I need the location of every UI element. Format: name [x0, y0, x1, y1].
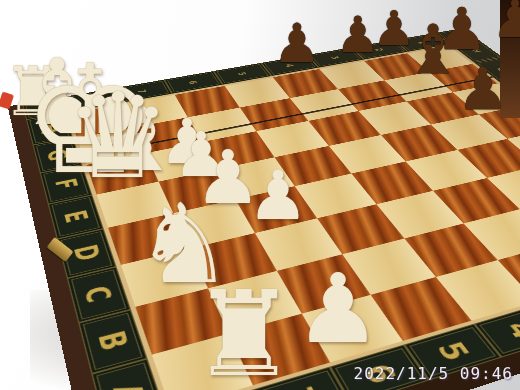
frame-label-text: 2	[373, 47, 386, 51]
frame-label-text: 8	[82, 98, 96, 104]
frame-label-text: 4	[498, 317, 520, 342]
frame-label-text: H	[33, 121, 65, 135]
chess-set-photo: H88HG77GF66FE55ED44DC33CB22BA11A ♟♟♟♟♟♝♟…	[0, 0, 520, 390]
frame-label-text: 7	[135, 88, 149, 93]
frame-label-text: 7	[276, 383, 325, 390]
frame-label-text: A	[104, 378, 153, 390]
frame-label-text: 4	[283, 63, 297, 68]
frame-label-text: F	[48, 176, 83, 192]
board-far-edge	[500, 0, 520, 118]
frame-label-text: 1	[415, 40, 428, 44]
frame-label-text: H	[469, 48, 483, 53]
frame-label-text: B	[90, 327, 135, 354]
frame-label-text: G	[40, 147, 73, 163]
frame-label-text: 5	[236, 71, 250, 76]
frame-label-text: 3	[329, 55, 343, 60]
frame-label-text: 5	[429, 338, 476, 365]
chessboard: H88HG77GF66FE55ED44DC33CB22BA11A	[8, 28, 520, 390]
camera-timestamp: 2022/11/5 09:46	[354, 364, 514, 383]
frame-label-text: 6	[186, 80, 200, 85]
frame-label-text: E	[57, 208, 94, 225]
frame-label-text: C	[77, 282, 119, 305]
